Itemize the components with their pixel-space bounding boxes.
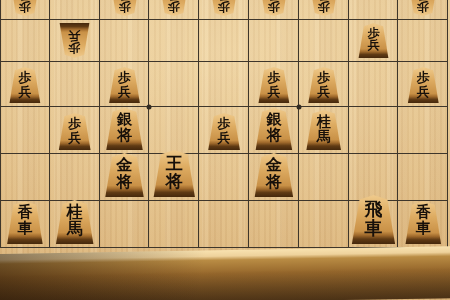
kanji-character: 兵 <box>218 131 231 145</box>
front-edge-shadow <box>0 246 450 300</box>
piece-pawn-46[interactable]: 歩兵 <box>258 67 290 103</box>
piece-gold-78[interactable]: 金将 <box>105 153 145 197</box>
piece-pawn-16[interactable]: 歩兵 <box>407 67 439 103</box>
kanji-character: 歩 <box>118 71 131 85</box>
kanji-character: 兵 <box>68 131 81 145</box>
kanji-character: 兵 <box>119 0 131 1</box>
kanji-character: 将 <box>166 173 183 191</box>
piece-pawn-14[interactable]: 歩兵 <box>408 0 438 16</box>
piece-pawn-57[interactable]: 歩兵 <box>208 113 241 150</box>
kanji-character: 歩 <box>268 1 280 13</box>
kanji-character: 桂 <box>317 114 331 129</box>
kanji-character: 兵 <box>417 0 429 1</box>
kanji-character: 将 <box>266 128 281 144</box>
kanji-character: 歩 <box>18 71 31 85</box>
piece-pawn-74[interactable]: 歩兵 <box>110 0 140 16</box>
piece-pawn-25[interactable]: 歩兵 <box>358 23 389 58</box>
kanji-character: 馬 <box>67 221 83 238</box>
piece-lance-19[interactable]: 香車 <box>405 201 442 244</box>
kanji-character: 兵 <box>218 0 230 1</box>
kanji-character: 歩 <box>119 1 131 13</box>
kanji-character: 歩 <box>318 1 330 13</box>
kanji-character: 将 <box>117 128 132 144</box>
kanji-character: 兵 <box>368 39 380 51</box>
kanji-character: 歩 <box>417 1 429 13</box>
piece-rook-29[interactable]: 飛車 <box>351 195 396 244</box>
piece-knight-89[interactable]: 桂馬 <box>55 200 94 244</box>
piece-gold-48[interactable]: 金将 <box>254 153 294 197</box>
kanji-character: 車 <box>17 221 32 237</box>
piece-pawn-64[interactable]: 歩兵 <box>159 0 189 16</box>
piece-pawn-85[interactable]: 歩兵 <box>59 23 90 58</box>
kanji-character: 歩 <box>19 1 31 13</box>
piece-pawn-34[interactable]: 歩兵 <box>309 0 339 16</box>
piece-knight-37[interactable]: 桂馬 <box>306 110 342 150</box>
piece-pawn-44[interactable]: 歩兵 <box>259 0 289 16</box>
kanji-character: 歩 <box>69 42 81 54</box>
kanji-character: 歩 <box>317 71 330 85</box>
piece-pawn-96[interactable]: 歩兵 <box>9 67 41 103</box>
kanji-character: 兵 <box>168 0 180 1</box>
kanji-character: 歩 <box>218 117 231 131</box>
kanji-character: 将 <box>117 174 133 191</box>
piece-pawn-36[interactable]: 歩兵 <box>308 67 340 103</box>
piece-lance-99[interactable]: 香車 <box>6 201 43 244</box>
kanji-character: 歩 <box>267 71 280 85</box>
kanji-character: 車 <box>365 219 383 238</box>
kanji-character: 兵 <box>268 0 280 1</box>
kanji-character: 馬 <box>317 129 331 144</box>
piece-pawn-87[interactable]: 歩兵 <box>58 113 91 150</box>
kanji-character: 飛 <box>365 200 383 219</box>
kanji-character: 兵 <box>118 85 131 99</box>
shogi-board-photo: 歩兵歩兵歩兵歩兵歩兵歩兵歩兵歩兵歩兵歩兵歩兵歩兵歩兵歩兵歩兵歩兵銀将銀将桂馬金将… <box>0 0 450 300</box>
kanji-character: 将 <box>266 174 282 191</box>
kanji-character: 歩 <box>168 1 180 13</box>
kanji-character: 歩 <box>68 117 81 131</box>
kanji-character: 兵 <box>69 29 81 41</box>
piece-pawn-54[interactable]: 歩兵 <box>209 0 239 16</box>
piece-silver-77[interactable]: 銀将 <box>106 108 144 150</box>
piece-silver-47[interactable]: 銀将 <box>255 108 293 150</box>
kanji-character: 兵 <box>267 85 280 99</box>
board-front-edge <box>0 246 450 300</box>
kanji-character: 兵 <box>18 85 31 99</box>
kanji-character: 兵 <box>19 0 31 1</box>
piece-king-68[interactable]: 王将 <box>153 150 196 197</box>
kanji-character: 歩 <box>417 71 430 85</box>
kanji-character: 歩 <box>218 1 230 13</box>
kanji-character: 兵 <box>417 85 430 99</box>
kanji-character: 車 <box>416 221 431 237</box>
kanji-character: 兵 <box>318 0 330 1</box>
kanji-character: 兵 <box>317 85 330 99</box>
piece-pawn-76[interactable]: 歩兵 <box>109 67 141 103</box>
piece-pawn-94[interactable]: 歩兵 <box>10 0 40 16</box>
